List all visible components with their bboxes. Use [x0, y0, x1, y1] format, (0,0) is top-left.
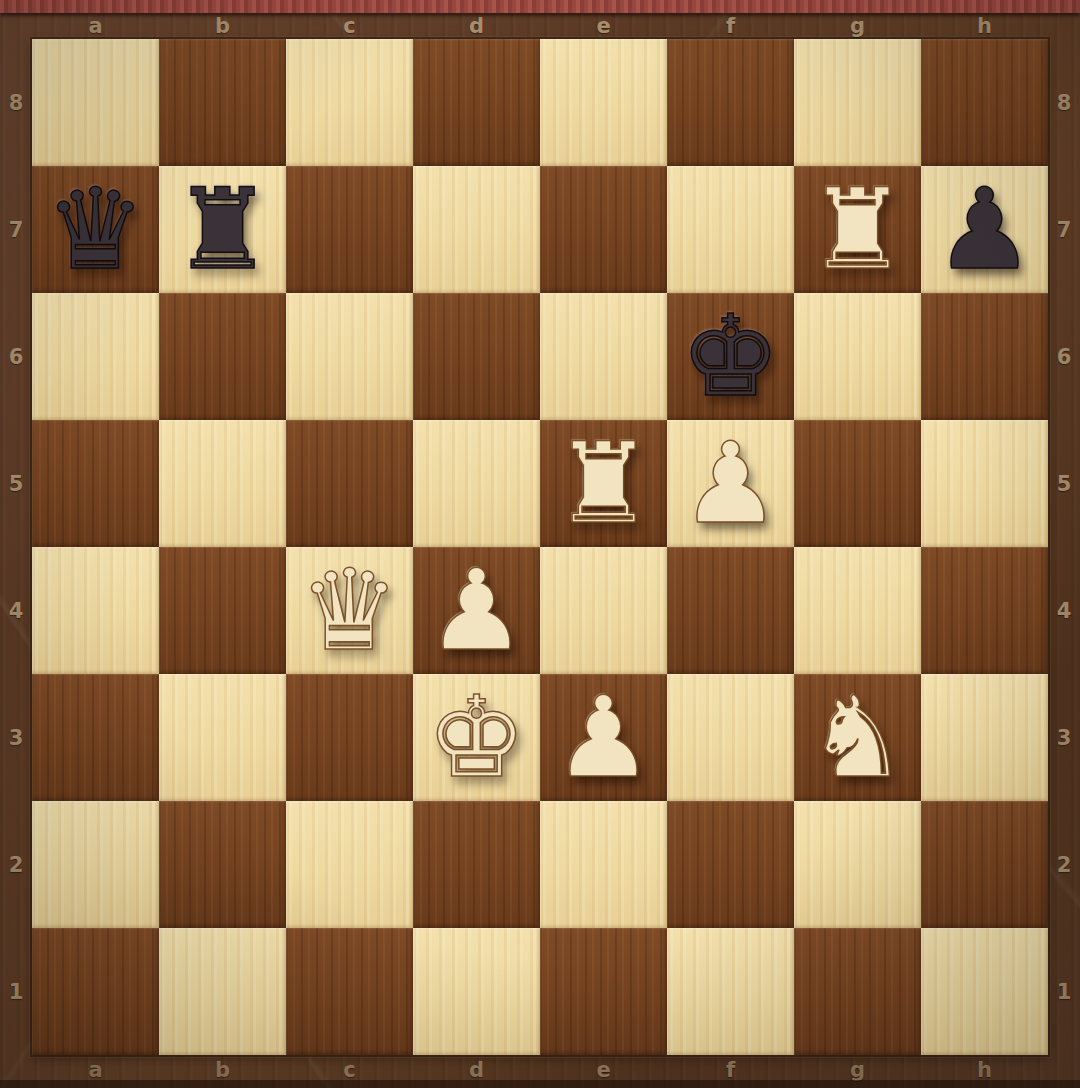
square-a4[interactable]	[32, 547, 159, 674]
piece-black-king-f6[interactable]: ♚	[680, 293, 780, 420]
square-e6[interactable]	[540, 293, 667, 420]
square-a5[interactable]	[32, 420, 159, 547]
square-c2[interactable]	[286, 801, 413, 928]
square-b6[interactable]	[159, 293, 286, 420]
piece-white-knight-g3[interactable]: ♞	[807, 674, 907, 801]
square-f6[interactable]: ♚	[667, 293, 794, 420]
square-a3[interactable]	[32, 674, 159, 801]
square-c8[interactable]	[286, 39, 413, 166]
square-b4[interactable]	[159, 547, 286, 674]
square-a6[interactable]	[32, 293, 159, 420]
piece-white-pawn-f5[interactable]: ♟	[680, 420, 780, 547]
square-c6[interactable]	[286, 293, 413, 420]
square-f5[interactable]: ♟	[667, 420, 794, 547]
square-a1[interactable]	[32, 928, 159, 1055]
square-f1[interactable]	[667, 928, 794, 1055]
square-a2[interactable]	[32, 801, 159, 928]
square-c4[interactable]: ♛	[286, 547, 413, 674]
piece-white-pawn-d4[interactable]: ♟	[426, 547, 526, 674]
square-h6[interactable]	[921, 293, 1048, 420]
square-f4[interactable]	[667, 547, 794, 674]
square-g6[interactable]	[794, 293, 921, 420]
square-h8[interactable]	[921, 39, 1048, 166]
square-b5[interactable]	[159, 420, 286, 547]
piece-black-queen-a7[interactable]: ♛	[45, 166, 145, 293]
square-b1[interactable]	[159, 928, 286, 1055]
frame-bottom-edge	[0, 1080, 1080, 1088]
square-b3[interactable]	[159, 674, 286, 801]
square-e3[interactable]: ♟	[540, 674, 667, 801]
square-e5[interactable]: ♜	[540, 420, 667, 547]
square-c1[interactable]	[286, 928, 413, 1055]
square-e4[interactable]	[540, 547, 667, 674]
square-g5[interactable]	[794, 420, 921, 547]
square-e7[interactable]	[540, 166, 667, 293]
square-h2[interactable]	[921, 801, 1048, 928]
square-c3[interactable]	[286, 674, 413, 801]
square-d7[interactable]	[413, 166, 540, 293]
square-h4[interactable]	[921, 547, 1048, 674]
square-d6[interactable]	[413, 293, 540, 420]
square-d3[interactable]: ♚	[413, 674, 540, 801]
square-f2[interactable]	[667, 801, 794, 928]
square-g7[interactable]: ♜	[794, 166, 921, 293]
square-h5[interactable]	[921, 420, 1048, 547]
square-f8[interactable]	[667, 39, 794, 166]
square-d5[interactable]	[413, 420, 540, 547]
piece-black-rook-b7[interactable]: ♜	[172, 166, 272, 293]
square-h3[interactable]	[921, 674, 1048, 801]
square-e2[interactable]	[540, 801, 667, 928]
square-h7[interactable]: ♟	[921, 166, 1048, 293]
piece-black-pawn-h7[interactable]: ♟	[934, 166, 1034, 293]
piece-white-rook-g7[interactable]: ♜	[807, 166, 907, 293]
piece-white-pawn-e3[interactable]: ♟	[553, 674, 653, 801]
square-d2[interactable]	[413, 801, 540, 928]
square-g4[interactable]	[794, 547, 921, 674]
square-d1[interactable]	[413, 928, 540, 1055]
square-b2[interactable]	[159, 801, 286, 928]
square-f3[interactable]	[667, 674, 794, 801]
square-h1[interactable]	[921, 928, 1048, 1055]
square-a7[interactable]: ♛	[32, 166, 159, 293]
chess-app: abcdefgh 87654321 87654321 abcdefgh ♛♜♜♟…	[0, 0, 1080, 1088]
square-c7[interactable]	[286, 166, 413, 293]
square-g2[interactable]	[794, 801, 921, 928]
square-g3[interactable]: ♞	[794, 674, 921, 801]
square-d4[interactable]: ♟	[413, 547, 540, 674]
square-f7[interactable]	[667, 166, 794, 293]
square-d8[interactable]	[413, 39, 540, 166]
square-a8[interactable]	[32, 39, 159, 166]
chess-board: ♛♜♜♟♚♜♟♛♟♚♟♞	[32, 39, 1048, 1055]
piece-white-queen-c4[interactable]: ♛	[299, 547, 399, 674]
piece-white-rook-e5[interactable]: ♜	[553, 420, 653, 547]
square-b7[interactable]: ♜	[159, 166, 286, 293]
square-c5[interactable]	[286, 420, 413, 547]
square-g1[interactable]	[794, 928, 921, 1055]
square-g8[interactable]	[794, 39, 921, 166]
square-e1[interactable]	[540, 928, 667, 1055]
piece-white-king-d3[interactable]: ♚	[426, 674, 526, 801]
square-b8[interactable]	[159, 39, 286, 166]
square-e8[interactable]	[540, 39, 667, 166]
table-fabric-strip	[0, 0, 1080, 13]
